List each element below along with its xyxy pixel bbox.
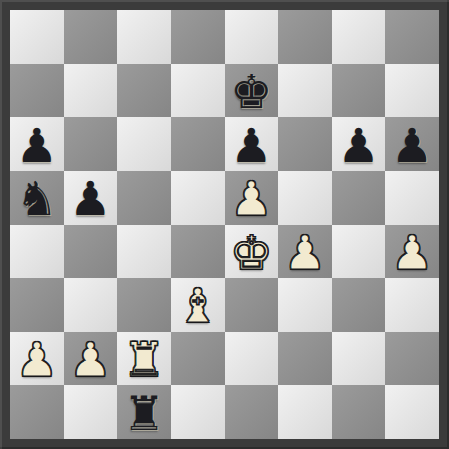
square-f4[interactable]: ♟ <box>278 225 332 279</box>
square-g3[interactable] <box>332 278 386 332</box>
black-rook[interactable]: ♜ <box>123 390 165 437</box>
square-a8[interactable] <box>10 10 64 64</box>
square-g7[interactable] <box>332 64 386 118</box>
square-c3[interactable] <box>117 278 171 332</box>
white-pawn[interactable]: ♟ <box>284 229 326 276</box>
square-h2[interactable] <box>385 332 439 386</box>
square-b5[interactable]: ♟ <box>64 171 118 225</box>
square-a4[interactable] <box>10 225 64 279</box>
square-f6[interactable] <box>278 117 332 171</box>
square-g5[interactable] <box>332 171 386 225</box>
square-b3[interactable] <box>64 278 118 332</box>
black-knight[interactable]: ♞ <box>16 175 58 222</box>
square-g8[interactable] <box>332 10 386 64</box>
square-e7[interactable]: ♚ <box>225 64 279 118</box>
square-h3[interactable] <box>385 278 439 332</box>
square-f7[interactable] <box>278 64 332 118</box>
square-f3[interactable] <box>278 278 332 332</box>
square-c2[interactable]: ♜ <box>117 332 171 386</box>
square-d7[interactable] <box>171 64 225 118</box>
square-b7[interactable] <box>64 64 118 118</box>
white-king[interactable]: ♚ <box>230 229 272 276</box>
black-king[interactable]: ♚ <box>230 68 272 115</box>
square-e2[interactable] <box>225 332 279 386</box>
black-pawn[interactable]: ♟ <box>391 122 433 169</box>
square-e8[interactable] <box>225 10 279 64</box>
square-c4[interactable] <box>117 225 171 279</box>
square-b1[interactable] <box>64 385 118 439</box>
square-g1[interactable] <box>332 385 386 439</box>
square-d5[interactable] <box>171 171 225 225</box>
square-e5[interactable]: ♟ <box>225 171 279 225</box>
square-a3[interactable] <box>10 278 64 332</box>
square-g2[interactable] <box>332 332 386 386</box>
square-d1[interactable] <box>171 385 225 439</box>
square-f5[interactable] <box>278 171 332 225</box>
square-c6[interactable] <box>117 117 171 171</box>
square-a5[interactable]: ♞ <box>10 171 64 225</box>
square-b4[interactable] <box>64 225 118 279</box>
white-rook[interactable]: ♜ <box>123 336 165 383</box>
square-e6[interactable]: ♟ <box>225 117 279 171</box>
square-b2[interactable]: ♟ <box>64 332 118 386</box>
square-g6[interactable]: ♟ <box>332 117 386 171</box>
black-pawn[interactable]: ♟ <box>69 175 111 222</box>
square-d3[interactable]: ♝ <box>171 278 225 332</box>
square-b8[interactable] <box>64 10 118 64</box>
square-h7[interactable] <box>385 64 439 118</box>
white-pawn[interactable]: ♟ <box>16 336 58 383</box>
square-d6[interactable] <box>171 117 225 171</box>
black-pawn[interactable]: ♟ <box>16 122 58 169</box>
square-h8[interactable] <box>385 10 439 64</box>
square-e3[interactable] <box>225 278 279 332</box>
black-pawn[interactable]: ♟ <box>230 122 272 169</box>
square-a7[interactable] <box>10 64 64 118</box>
chess-board: ♚♟♟♟♟♞♟♟♚♟♟♝♟♟♜♜ <box>10 10 439 439</box>
black-pawn[interactable]: ♟ <box>337 122 379 169</box>
square-c5[interactable] <box>117 171 171 225</box>
square-d2[interactable] <box>171 332 225 386</box>
square-f8[interactable] <box>278 10 332 64</box>
square-f1[interactable] <box>278 385 332 439</box>
square-b6[interactable] <box>64 117 118 171</box>
square-d4[interactable] <box>171 225 225 279</box>
chess-board-frame: ♚♟♟♟♟♞♟♟♚♟♟♝♟♟♜♜ <box>0 0 449 449</box>
white-pawn[interactable]: ♟ <box>391 229 433 276</box>
square-a2[interactable]: ♟ <box>10 332 64 386</box>
square-c8[interactable] <box>117 10 171 64</box>
white-pawn[interactable]: ♟ <box>230 175 272 222</box>
square-h6[interactable]: ♟ <box>385 117 439 171</box>
square-f2[interactable] <box>278 332 332 386</box>
square-h5[interactable] <box>385 171 439 225</box>
square-g4[interactable] <box>332 225 386 279</box>
square-a1[interactable] <box>10 385 64 439</box>
square-c7[interactable] <box>117 64 171 118</box>
square-c1[interactable]: ♜ <box>117 385 171 439</box>
white-pawn[interactable]: ♟ <box>69 336 111 383</box>
square-h4[interactable]: ♟ <box>385 225 439 279</box>
square-h1[interactable] <box>385 385 439 439</box>
square-a6[interactable]: ♟ <box>10 117 64 171</box>
square-d8[interactable] <box>171 10 225 64</box>
white-bishop[interactable]: ♝ <box>177 282 219 329</box>
square-e4[interactable]: ♚ <box>225 225 279 279</box>
square-e1[interactable] <box>225 385 279 439</box>
